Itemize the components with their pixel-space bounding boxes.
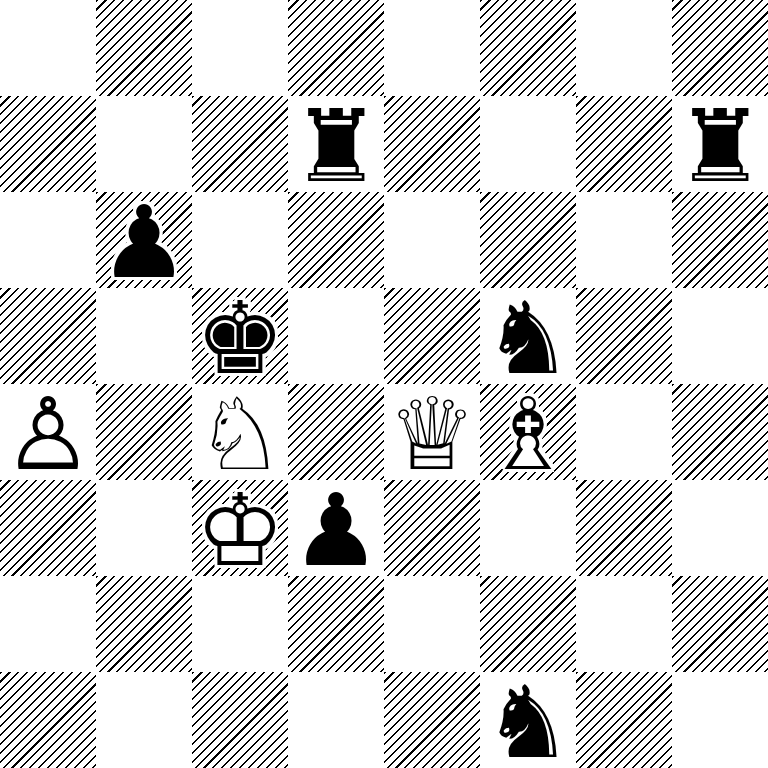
- square-c6[interactable]: [192, 192, 288, 288]
- square-f8[interactable]: [480, 0, 576, 96]
- square-c1[interactable]: [192, 672, 288, 768]
- square-b5[interactable]: [96, 288, 192, 384]
- black-pawn[interactable]: ♟♟: [96, 192, 192, 288]
- square-d1[interactable]: [288, 672, 384, 768]
- board-diagram: ♜♜♜♜♟♟♚♚♞♞♟♙♞♘♛♕♝♗♚♔♟♟♞♞: [0, 0, 768, 768]
- square-e3[interactable]: [384, 480, 480, 576]
- square-d3[interactable]: ♟♟: [288, 480, 384, 576]
- square-f1[interactable]: ♞♞: [480, 672, 576, 768]
- piece-glyph: ♜: [672, 99, 768, 195]
- white-pawn[interactable]: ♟♙: [0, 384, 96, 480]
- piece-glyph: ♗: [480, 387, 576, 483]
- piece-glyph: ♕: [384, 387, 480, 483]
- square-c2[interactable]: [192, 576, 288, 672]
- square-g2[interactable]: [576, 576, 672, 672]
- square-a7[interactable]: [0, 96, 96, 192]
- square-h5[interactable]: [672, 288, 768, 384]
- piece-glyph: ♘: [192, 387, 288, 483]
- square-g6[interactable]: [576, 192, 672, 288]
- square-e4[interactable]: ♛♕: [384, 384, 480, 480]
- square-h2[interactable]: [672, 576, 768, 672]
- square-f6[interactable]: [480, 192, 576, 288]
- square-e6[interactable]: [384, 192, 480, 288]
- piece-glyph: ♜: [288, 99, 384, 195]
- square-b4[interactable]: [96, 384, 192, 480]
- square-f5[interactable]: ♞♞: [480, 288, 576, 384]
- square-g5[interactable]: [576, 288, 672, 384]
- square-b6[interactable]: ♟♟: [96, 192, 192, 288]
- black-king[interactable]: ♚♚: [192, 288, 288, 384]
- square-d7[interactable]: ♜♜: [288, 96, 384, 192]
- square-a6[interactable]: [0, 192, 96, 288]
- square-h7[interactable]: ♜♜: [672, 96, 768, 192]
- square-c5[interactable]: ♚♚: [192, 288, 288, 384]
- chess-board: ♜♜♜♜♟♟♚♚♞♞♟♙♞♘♛♕♝♗♚♔♟♟♞♞: [0, 0, 768, 768]
- square-d5[interactable]: [288, 288, 384, 384]
- square-f2[interactable]: [480, 576, 576, 672]
- black-rook[interactable]: ♜♜: [672, 96, 768, 192]
- square-g1[interactable]: [576, 672, 672, 768]
- square-g3[interactable]: [576, 480, 672, 576]
- piece-glyph: ♚: [192, 291, 288, 387]
- square-h8[interactable]: [672, 0, 768, 96]
- white-knight[interactable]: ♞♘: [192, 384, 288, 480]
- black-pawn[interactable]: ♟♟: [288, 480, 384, 576]
- white-king[interactable]: ♚♔: [192, 480, 288, 576]
- square-d8[interactable]: [288, 0, 384, 96]
- square-b8[interactable]: [96, 0, 192, 96]
- square-b2[interactable]: [96, 576, 192, 672]
- square-d6[interactable]: [288, 192, 384, 288]
- square-h6[interactable]: [672, 192, 768, 288]
- square-e7[interactable]: [384, 96, 480, 192]
- piece-glyph: ♞: [480, 291, 576, 387]
- square-b1[interactable]: [96, 672, 192, 768]
- piece-glyph: ♙: [0, 387, 96, 483]
- piece-glyph: ♔: [192, 483, 288, 579]
- square-a3[interactable]: [0, 480, 96, 576]
- piece-glyph: ♟: [96, 195, 192, 291]
- black-rook[interactable]: ♜♜: [288, 96, 384, 192]
- white-queen[interactable]: ♛♕: [384, 384, 480, 480]
- square-c8[interactable]: [192, 0, 288, 96]
- square-b3[interactable]: [96, 480, 192, 576]
- piece-glyph: ♞: [480, 675, 576, 768]
- square-e2[interactable]: [384, 576, 480, 672]
- square-h1[interactable]: [672, 672, 768, 768]
- square-e1[interactable]: [384, 672, 480, 768]
- square-f4[interactable]: ♝♗: [480, 384, 576, 480]
- piece-glyph: ♟: [288, 483, 384, 579]
- square-h4[interactable]: [672, 384, 768, 480]
- square-c3[interactable]: ♚♔: [192, 480, 288, 576]
- square-f7[interactable]: [480, 96, 576, 192]
- white-bishop[interactable]: ♝♗: [480, 384, 576, 480]
- square-d4[interactable]: [288, 384, 384, 480]
- square-a5[interactable]: [0, 288, 96, 384]
- square-c4[interactable]: ♞♘: [192, 384, 288, 480]
- square-c7[interactable]: [192, 96, 288, 192]
- black-knight[interactable]: ♞♞: [480, 672, 576, 768]
- square-h3[interactable]: [672, 480, 768, 576]
- square-d2[interactable]: [288, 576, 384, 672]
- square-e8[interactable]: [384, 0, 480, 96]
- black-knight[interactable]: ♞♞: [480, 288, 576, 384]
- square-a8[interactable]: [0, 0, 96, 96]
- square-b7[interactable]: [96, 96, 192, 192]
- square-g7[interactable]: [576, 96, 672, 192]
- square-e5[interactable]: [384, 288, 480, 384]
- square-a1[interactable]: [0, 672, 96, 768]
- square-a2[interactable]: [0, 576, 96, 672]
- square-g8[interactable]: [576, 0, 672, 96]
- square-f3[interactable]: [480, 480, 576, 576]
- square-a4[interactable]: ♟♙: [0, 384, 96, 480]
- square-g4[interactable]: [576, 384, 672, 480]
